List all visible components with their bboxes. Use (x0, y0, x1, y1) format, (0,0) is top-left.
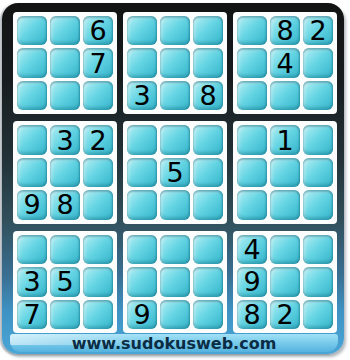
cell-r1c9: 2 (303, 16, 333, 45)
cell-r1c3: 6 (83, 16, 113, 45)
cell-r4c3: 2 (83, 125, 113, 154)
cell-r6c8[interactable] (270, 190, 300, 219)
cell-r9c9[interactable] (303, 300, 333, 329)
cell-r8c7: 9 (237, 267, 267, 296)
cell-r9c5[interactable] (160, 300, 190, 329)
cell-r8c4[interactable] (127, 267, 157, 296)
box-9: 4982 (233, 231, 337, 333)
sudoku-board: 673882432985135794982 www.sudokusweb.com (2, 3, 344, 354)
cell-r5c1[interactable] (17, 158, 47, 187)
cell-r9c7: 8 (237, 300, 267, 329)
cell-r6c4[interactable] (127, 190, 157, 219)
cell-r6c6[interactable] (193, 190, 223, 219)
cell-r5c5: 5 (160, 158, 190, 187)
cell-r3c2[interactable] (50, 81, 80, 110)
cell-r9c3[interactable] (83, 300, 113, 329)
cell-r2c2[interactable] (50, 48, 80, 77)
cell-r8c2: 5 (50, 267, 80, 296)
cell-r4c6[interactable] (193, 125, 223, 154)
cell-r3c3[interactable] (83, 81, 113, 110)
cell-r7c6[interactable] (193, 235, 223, 264)
cell-r1c4[interactable] (127, 16, 157, 45)
cell-r4c5[interactable] (160, 125, 190, 154)
cell-r2c3: 7 (83, 48, 113, 77)
cell-r8c9[interactable] (303, 267, 333, 296)
cell-r9c4: 9 (127, 300, 157, 329)
cell-r4c7[interactable] (237, 125, 267, 154)
cell-r7c7: 4 (237, 235, 267, 264)
grid: 673882432985135794982 (13, 12, 337, 333)
cell-r5c9[interactable] (303, 158, 333, 187)
cell-r1c6[interactable] (193, 16, 223, 45)
cell-r2c8: 4 (270, 48, 300, 77)
box-2: 38 (123, 12, 227, 114)
cell-r7c5[interactable] (160, 235, 190, 264)
cell-r1c8: 8 (270, 16, 300, 45)
cell-r9c6[interactable] (193, 300, 223, 329)
cell-r9c2[interactable] (50, 300, 80, 329)
cell-r3c6: 8 (193, 81, 223, 110)
box-3: 824 (233, 12, 337, 114)
cell-r8c6[interactable] (193, 267, 223, 296)
cell-r1c1[interactable] (17, 16, 47, 45)
cell-r5c6[interactable] (193, 158, 223, 187)
cell-r7c1[interactable] (17, 235, 47, 264)
cell-r5c2[interactable] (50, 158, 80, 187)
cell-r4c8: 1 (270, 125, 300, 154)
cell-r3c4: 3 (127, 81, 157, 110)
cell-r3c7[interactable] (237, 81, 267, 110)
cell-r6c7[interactable] (237, 190, 267, 219)
cell-r9c8: 2 (270, 300, 300, 329)
cell-r6c1: 9 (17, 190, 47, 219)
cell-r3c1[interactable] (17, 81, 47, 110)
cell-r7c4[interactable] (127, 235, 157, 264)
cell-r6c9[interactable] (303, 190, 333, 219)
box-7: 357 (13, 231, 117, 333)
cell-r3c8[interactable] (270, 81, 300, 110)
cell-r2c7[interactable] (237, 48, 267, 77)
cell-r2c9[interactable] (303, 48, 333, 77)
cell-r3c9[interactable] (303, 81, 333, 110)
cell-r2c4[interactable] (127, 48, 157, 77)
footer-banner: www.sudokusweb.com (10, 334, 338, 352)
footer-url: www.sudokusweb.com (72, 334, 277, 352)
cell-r6c3[interactable] (83, 190, 113, 219)
cell-r1c2[interactable] (50, 16, 80, 45)
box-5: 5 (123, 121, 227, 223)
cell-r4c4[interactable] (127, 125, 157, 154)
cell-r8c8[interactable] (270, 267, 300, 296)
cell-r5c8[interactable] (270, 158, 300, 187)
cell-r9c1: 7 (17, 300, 47, 329)
cell-r6c2: 8 (50, 190, 80, 219)
cell-r2c1[interactable] (17, 48, 47, 77)
cell-r7c3[interactable] (83, 235, 113, 264)
cell-r8c3[interactable] (83, 267, 113, 296)
cell-r4c1[interactable] (17, 125, 47, 154)
cell-r3c5[interactable] (160, 81, 190, 110)
cell-r5c7[interactable] (237, 158, 267, 187)
cell-r2c5[interactable] (160, 48, 190, 77)
cell-r5c4[interactable] (127, 158, 157, 187)
cell-r2c6[interactable] (193, 48, 223, 77)
cell-r6c5[interactable] (160, 190, 190, 219)
cell-r1c7[interactable] (237, 16, 267, 45)
box-8: 9 (123, 231, 227, 333)
cell-r7c2[interactable] (50, 235, 80, 264)
box-4: 3298 (13, 121, 117, 223)
cell-r5c3[interactable] (83, 158, 113, 187)
cell-r4c9[interactable] (303, 125, 333, 154)
box-6: 1 (233, 121, 337, 223)
cell-r1c5[interactable] (160, 16, 190, 45)
box-1: 67 (13, 12, 117, 114)
cell-r7c9[interactable] (303, 235, 333, 264)
cell-r8c5[interactable] (160, 267, 190, 296)
cell-r4c2: 3 (50, 125, 80, 154)
cell-r8c1: 3 (17, 267, 47, 296)
cell-r7c8[interactable] (270, 235, 300, 264)
